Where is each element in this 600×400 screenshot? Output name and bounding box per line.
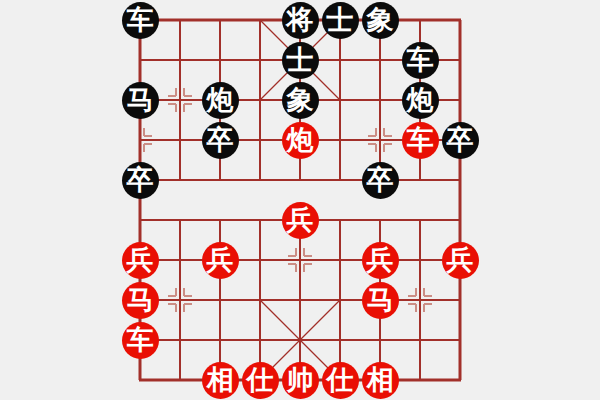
board-point: 帅: [280, 360, 320, 400]
board-point: 车: [120, 0, 160, 40]
board-point: 卒: [440, 120, 480, 160]
black-chariot[interactable]: 车: [402, 42, 439, 79]
black-cannon[interactable]: 炮: [202, 82, 239, 119]
board-point: 仕: [240, 360, 280, 400]
pieces-layer: 车将士象士车马炮象炮卒炮车卒卒卒兵兵兵兵兵马马车相仕帅仕相: [120, 0, 480, 400]
black-soldier[interactable]: 卒: [442, 122, 479, 159]
red-chariot[interactable]: 车: [402, 122, 439, 159]
black-advisor[interactable]: 士: [322, 2, 359, 39]
red-chariot[interactable]: 车: [122, 322, 159, 359]
board-point: 炮: [200, 80, 240, 120]
board-point: 仕: [320, 360, 360, 400]
black-chariot[interactable]: 车: [122, 2, 159, 39]
board-point: 兵: [280, 200, 320, 240]
black-soldier[interactable]: 卒: [362, 162, 399, 199]
red-soldier[interactable]: 兵: [362, 242, 399, 279]
board-point: 马: [120, 80, 160, 120]
board-point: 卒: [360, 160, 400, 200]
black-cannon[interactable]: 炮: [402, 82, 439, 119]
red-soldier[interactable]: 兵: [202, 242, 239, 279]
board-point: 士: [280, 40, 320, 80]
xiangqi-board[interactable]: 车将士象士车马炮象炮卒炮车卒卒卒兵兵兵兵兵马马车相仕帅仕相: [0, 0, 600, 400]
board-point: 相: [200, 360, 240, 400]
red-horse[interactable]: 马: [362, 282, 399, 319]
board-point: 相: [360, 360, 400, 400]
board-point: 卒: [200, 120, 240, 160]
red-elephant[interactable]: 相: [362, 362, 399, 399]
board-point: 卒: [120, 160, 160, 200]
red-soldier[interactable]: 兵: [282, 202, 319, 239]
red-soldier[interactable]: 兵: [122, 242, 159, 279]
board-point: 兵: [200, 240, 240, 280]
red-elephant[interactable]: 相: [202, 362, 239, 399]
black-soldier[interactable]: 卒: [122, 162, 159, 199]
board-point: 马: [120, 280, 160, 320]
black-horse[interactable]: 马: [122, 82, 159, 119]
board-point: 车: [120, 320, 160, 360]
red-general[interactable]: 帅: [282, 362, 319, 399]
red-advisor[interactable]: 仕: [322, 362, 359, 399]
red-soldier[interactable]: 兵: [442, 242, 479, 279]
black-general[interactable]: 将: [282, 2, 319, 39]
board-point: 兵: [440, 240, 480, 280]
board-point: 炮: [400, 80, 440, 120]
board-point: 兵: [120, 240, 160, 280]
board-point: 士: [320, 0, 360, 40]
red-cannon[interactable]: 炮: [282, 122, 319, 159]
board-point: 象: [280, 80, 320, 120]
black-advisor[interactable]: 士: [282, 42, 319, 79]
red-horse[interactable]: 马: [122, 282, 159, 319]
board-point: 象: [360, 0, 400, 40]
board-point: 马: [360, 280, 400, 320]
red-advisor[interactable]: 仕: [242, 362, 279, 399]
board-point: 兵: [360, 240, 400, 280]
board-point: 车: [400, 120, 440, 160]
black-elephant[interactable]: 象: [282, 82, 319, 119]
board-point: 将: [280, 0, 320, 40]
board-point: 炮: [280, 120, 320, 160]
board-point: 车: [400, 40, 440, 80]
black-soldier[interactable]: 卒: [202, 122, 239, 159]
black-elephant[interactable]: 象: [362, 2, 399, 39]
